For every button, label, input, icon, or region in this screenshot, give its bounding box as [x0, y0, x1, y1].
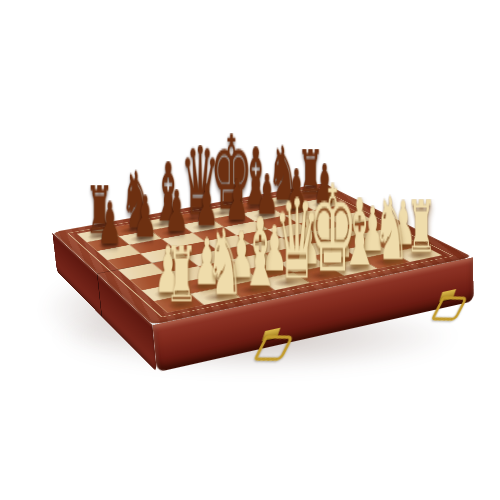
product-photo: ♜♞♝♛♚♝♞♜♟♟♟♟♟♟♟♟♟♟♟♟♟♟♟♟♜♞♝♛♚♝♞♜: [0, 0, 500, 500]
piece-contact-shadow: [126, 234, 156, 244]
folding-chess-box: ♜♞♝♛♚♝♞♜♟♟♟♟♟♟♟♟♟♟♟♟♟♟♟♟♜♞♝♛♚♝♞♜: [52, 183, 473, 325]
latch-loop: [253, 335, 294, 361]
scene: ♜♞♝♛♚♝♞♜♟♟♟♟♟♟♟♟♟♟♟♟♟♟♟♟♜♞♝♛♚♝♞♜: [0, 0, 500, 500]
piece-contact-shadow: [220, 273, 254, 284]
brass-latch-right: [432, 286, 460, 322]
piece-contact-shadow: [287, 260, 321, 271]
latch-loop: [431, 296, 468, 321]
fold-seam-side: [97, 274, 102, 318]
brass-latch-left: [253, 325, 286, 363]
piece-contact-shadow: [320, 253, 354, 264]
